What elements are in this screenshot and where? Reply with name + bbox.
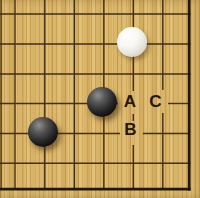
black-stone bbox=[28, 117, 58, 147]
point-label-c[interactable]: C bbox=[149, 92, 161, 109]
go-board: A B C bbox=[0, 0, 200, 198]
white-stone bbox=[117, 27, 147, 57]
point-label-a[interactable]: A bbox=[124, 93, 136, 110]
black-stone bbox=[87, 87, 117, 117]
point-label-b[interactable]: B bbox=[124, 121, 136, 138]
